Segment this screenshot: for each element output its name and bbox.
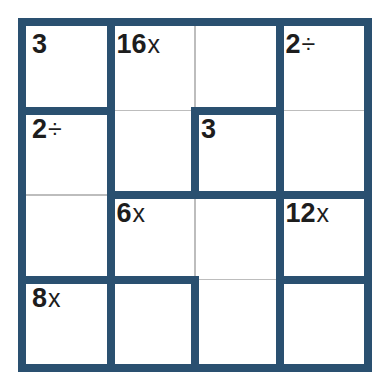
board-inner: 3 16x 2÷ 2÷ 3 6x 12x 8x [26, 26, 364, 364]
cell-r2c1[interactable]: 2÷ [26, 111, 111, 196]
cage-target: 2 [32, 114, 47, 144]
cell-r1c3[interactable] [195, 26, 280, 111]
cage-target: 12 [286, 198, 316, 228]
cage-target: 3 [32, 29, 47, 59]
cell-r2c4[interactable] [280, 111, 365, 196]
cell-r3c3[interactable] [195, 195, 280, 280]
cell-r1c2[interactable]: 16x [111, 26, 196, 111]
cage-operator: x [133, 199, 146, 227]
cell-r4c3[interactable] [195, 280, 280, 365]
cell-r4c1[interactable]: 8x [26, 280, 111, 365]
cell-r4c4[interactable] [280, 280, 365, 365]
cell-grid: 3 16x 2÷ 2÷ 3 6x 12x 8x [26, 26, 364, 364]
cell-r1c1[interactable]: 3 [26, 26, 111, 111]
cage-target: 8 [32, 283, 47, 313]
cell-r3c1[interactable] [26, 195, 111, 280]
cage-operator: x [48, 284, 61, 312]
cage-operator: ÷ [48, 115, 62, 143]
cage-operator: x [148, 30, 161, 58]
cage-operator: ÷ [302, 30, 316, 58]
cage-target: 2 [286, 29, 301, 59]
cell-r2c3[interactable]: 3 [195, 111, 280, 196]
cell-r4c2[interactable] [111, 280, 196, 365]
cell-r2c2[interactable] [111, 111, 196, 196]
cage-operator: x [317, 199, 330, 227]
kenken-board: 3 16x 2÷ 2÷ 3 6x 12x 8x [18, 18, 372, 372]
cage-target: 16 [117, 29, 147, 59]
cell-r3c4[interactable]: 12x [280, 195, 365, 280]
cage-target: 6 [117, 198, 132, 228]
cage-target: 3 [201, 114, 216, 144]
cell-r1c4[interactable]: 2÷ [280, 26, 365, 111]
cell-r3c2[interactable]: 6x [111, 195, 196, 280]
